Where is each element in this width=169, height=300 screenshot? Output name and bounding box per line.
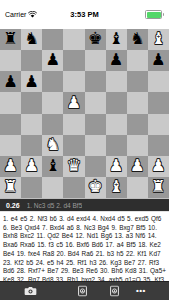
square-b4[interactable] xyxy=(21,114,42,135)
square-g4[interactable] xyxy=(127,114,148,135)
square-b1[interactable] xyxy=(21,177,42,198)
battery-icon xyxy=(145,10,164,19)
square-a8[interactable]: ♜ xyxy=(0,29,21,50)
export-document-button[interactable] xyxy=(78,286,87,297)
square-g8[interactable]: ♞ xyxy=(127,29,148,50)
square-d4[interactable] xyxy=(63,114,84,135)
square-d5[interactable]: ♟ xyxy=(63,92,84,113)
square-b6[interactable]: ♟ xyxy=(21,71,42,92)
square-h6[interactable] xyxy=(148,71,169,92)
piece-white-pawn[interactable]: ♟ xyxy=(109,158,124,175)
square-b2[interactable]: ♟ xyxy=(21,156,42,177)
clock: 3:53 PM xyxy=(70,10,98,19)
square-b8[interactable]: ♞ xyxy=(21,29,42,50)
square-h2[interactable]: ♟ xyxy=(148,156,169,177)
square-e6[interactable] xyxy=(85,71,106,92)
piece-white-knight[interactable]: ♞ xyxy=(45,137,60,154)
engine-eval-bar[interactable]: 0.26 1. Nc3 d5 2. d4 Bf5 xyxy=(0,198,169,211)
square-e7[interactable] xyxy=(85,50,106,71)
piece-white-pawn[interactable]: ♟ xyxy=(130,158,145,175)
square-g5[interactable] xyxy=(127,92,148,113)
square-a2[interactable]: ♟ xyxy=(0,156,21,177)
piece-black-pawn[interactable]: ♟ xyxy=(3,74,18,91)
square-d7[interactable] xyxy=(63,50,84,71)
square-h7[interactable]: ♟ xyxy=(148,50,169,71)
square-e4[interactable] xyxy=(85,114,106,135)
more-button[interactable]: ••• xyxy=(136,287,146,295)
piece-black-pawn[interactable]: ♟ xyxy=(24,74,39,91)
piece-black-knight[interactable]: ♞ xyxy=(24,31,39,48)
piece-black-pawn[interactable]: ♟ xyxy=(151,52,166,69)
piece-black-bishop[interactable]: ♝ xyxy=(45,158,60,175)
piece-white-pawn[interactable]: ♟ xyxy=(24,158,39,175)
wifi-icon xyxy=(28,11,37,18)
square-c8[interactable] xyxy=(42,29,63,50)
square-d6[interactable] xyxy=(63,71,84,92)
piece-black-pawn[interactable]: ♟ xyxy=(45,52,60,69)
square-a7[interactable] xyxy=(0,50,21,71)
square-b7[interactable] xyxy=(21,50,42,71)
camera-icon xyxy=(24,286,37,296)
square-a4[interactable] xyxy=(0,114,21,135)
piece-black-rook[interactable]: ♜ xyxy=(3,31,18,48)
square-f7[interactable]: ♟ xyxy=(106,50,127,71)
square-a6[interactable]: ♟ xyxy=(0,71,21,92)
move-list[interactable]: 1. e4 e5 2. Nf3 b6 3. d4 exd4 4. Nxd4 d5… xyxy=(0,211,169,281)
square-d1[interactable] xyxy=(63,177,84,198)
piece-white-queen[interactable]: ♛ xyxy=(67,158,82,175)
square-c1[interactable] xyxy=(42,177,63,198)
square-h3[interactable] xyxy=(148,135,169,156)
piece-black-knight[interactable]: ♞ xyxy=(130,31,145,48)
square-e2[interactable] xyxy=(85,156,106,177)
status-bar: Carrier 3:53 PM xyxy=(0,0,169,29)
square-d3[interactable] xyxy=(63,135,84,156)
square-f4[interactable] xyxy=(106,114,127,135)
document-import-icon xyxy=(110,286,119,297)
square-c3[interactable]: ♞ xyxy=(42,135,63,156)
square-g7[interactable] xyxy=(127,50,148,71)
import-document-button[interactable] xyxy=(110,286,119,297)
game-moves: 1. e4 e5 2. Nf3 b6 3. d4 exd4 4. Nxd4 d5… xyxy=(3,215,166,281)
piece-white-pawn[interactable]: ♟ xyxy=(3,158,18,175)
piece-black-bishop[interactable]: ♝ xyxy=(109,31,124,48)
square-b5[interactable] xyxy=(21,92,42,113)
square-h4[interactable] xyxy=(148,114,169,135)
square-e5[interactable] xyxy=(85,92,106,113)
square-f5[interactable] xyxy=(106,92,127,113)
square-f6[interactable] xyxy=(106,71,127,92)
square-d2[interactable]: ♛ xyxy=(63,156,84,177)
square-g2[interactable]: ♟ xyxy=(127,156,148,177)
square-c7[interactable]: ♟ xyxy=(42,50,63,71)
camera-button[interactable] xyxy=(24,286,37,296)
bottom-toolbar: ••• xyxy=(0,281,169,300)
square-f2[interactable]: ♟ xyxy=(106,156,127,177)
carrier-label: Carrier xyxy=(5,11,26,18)
square-f8[interactable]: ♝ xyxy=(106,29,127,50)
document-export-icon xyxy=(78,286,87,297)
square-a1[interactable]: ♜ xyxy=(0,177,21,198)
piece-white-king[interactable]: ♚ xyxy=(88,179,103,196)
square-h1[interactable]: ♜ xyxy=(148,177,169,198)
square-e3[interactable] xyxy=(85,135,106,156)
engine-evaluation: 0.26 xyxy=(6,202,20,209)
piece-black-king[interactable]: ♚ xyxy=(88,31,103,48)
piece-white-pawn[interactable]: ♟ xyxy=(151,158,166,175)
piece-white-pawn[interactable]: ♟ xyxy=(67,95,82,112)
square-e1[interactable]: ♚ xyxy=(85,177,106,198)
square-g3[interactable] xyxy=(127,135,148,156)
square-b3[interactable] xyxy=(21,135,42,156)
engine-line: 1. Nc3 d5 2. d4 Bf5 xyxy=(27,202,83,209)
square-a5[interactable] xyxy=(0,92,21,113)
piece-black-pawn[interactable]: ♟ xyxy=(109,52,124,69)
piece-white-bishop[interactable]: ♝ xyxy=(151,31,166,48)
square-c2[interactable]: ♝ xyxy=(42,156,63,177)
piece-white-rook[interactable]: ♜ xyxy=(151,179,166,196)
square-g6[interactable] xyxy=(127,71,148,92)
square-h8[interactable]: ♝ xyxy=(148,29,169,50)
square-h5[interactable] xyxy=(148,92,169,113)
chess-app-screen: Carrier 3:53 PM ♜♞♚♝♞♝♟♟♟♟♟♟♞♟♟♝♛♟♟♟♜♚♝♜… xyxy=(0,0,169,300)
square-e8[interactable]: ♚ xyxy=(85,29,106,50)
square-d8[interactable] xyxy=(63,29,84,50)
chess-board[interactable]: ♜♞♚♝♞♝♟♟♟♟♟♟♞♟♟♝♛♟♟♟♜♚♝♜ xyxy=(0,29,169,198)
square-f1[interactable]: ♝ xyxy=(106,177,127,198)
square-a3[interactable] xyxy=(0,135,21,156)
square-c4[interactable] xyxy=(42,114,63,135)
piece-white-rook[interactable]: ♜ xyxy=(3,179,18,196)
square-f3[interactable] xyxy=(106,135,127,156)
piece-white-bishop[interactable]: ♝ xyxy=(109,179,124,196)
square-c6[interactable] xyxy=(42,71,63,92)
battery-fill xyxy=(147,12,161,18)
square-g1[interactable] xyxy=(127,177,148,198)
square-c5[interactable] xyxy=(42,92,63,113)
